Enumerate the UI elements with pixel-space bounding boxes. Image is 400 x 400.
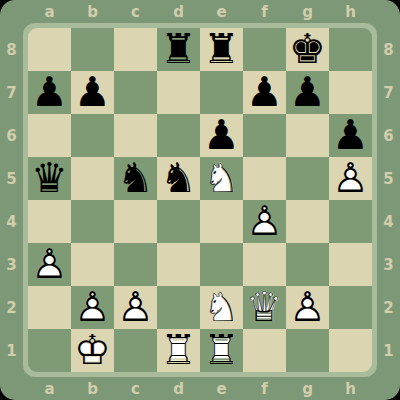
square-d7[interactable] <box>157 71 200 114</box>
piece-white-rook[interactable]: ♜♖ <box>157 329 200 372</box>
square-f6[interactable] <box>243 114 286 157</box>
file-label-e: e <box>200 377 243 400</box>
black-piece-body: ♟ <box>243 71 286 114</box>
file-label-f: f <box>243 0 286 23</box>
black-piece-body: ♛ <box>28 157 71 200</box>
piece-white-rook[interactable]: ♜♖ <box>200 329 243 372</box>
square-d5[interactable]: ♞ <box>157 157 200 200</box>
white-piece-outline: ♖ <box>157 329 200 372</box>
square-b2[interactable]: ♟♙ <box>71 286 114 329</box>
square-a7[interactable]: ♟ <box>28 71 71 114</box>
rank-label-2: 2 <box>0 286 23 329</box>
white-piece-outline: ♘ <box>200 286 243 329</box>
file-label-c: c <box>114 0 157 23</box>
square-b7[interactable]: ♟ <box>71 71 114 114</box>
rank-label-8: 8 <box>0 28 23 71</box>
piece-black-king[interactable]: ♚ <box>286 28 329 71</box>
black-piece-body: ♞ <box>114 157 157 200</box>
square-d6[interactable] <box>157 114 200 157</box>
piece-black-knight[interactable]: ♞ <box>157 157 200 200</box>
piece-white-pawn[interactable]: ♟♙ <box>28 243 71 286</box>
black-piece-body: ♟ <box>286 71 329 114</box>
square-b1[interactable]: ♚♔ <box>71 329 114 372</box>
piece-white-pawn[interactable]: ♟♙ <box>114 286 157 329</box>
square-e4[interactable] <box>200 200 243 243</box>
black-piece-body: ♜ <box>200 28 243 71</box>
black-piece-body: ♚ <box>286 28 329 71</box>
rank-label-3: 3 <box>377 243 400 286</box>
piece-black-pawn[interactable]: ♟ <box>243 71 286 114</box>
rank-label-3: 3 <box>0 243 23 286</box>
file-label-a: a <box>28 377 71 400</box>
square-c1[interactable] <box>114 329 157 372</box>
square-f8[interactable] <box>243 28 286 71</box>
square-f3[interactable] <box>243 243 286 286</box>
file-label-h: h <box>329 0 372 23</box>
piece-white-pawn[interactable]: ♟♙ <box>329 157 372 200</box>
file-label-d: d <box>157 0 200 23</box>
piece-white-queen[interactable]: ♛♕ <box>243 286 286 329</box>
square-b8[interactable] <box>71 28 114 71</box>
square-e2[interactable]: ♞♘ <box>200 286 243 329</box>
black-piece-body: ♟ <box>200 114 243 157</box>
white-piece-outline: ♙ <box>114 286 157 329</box>
chess-board: ♜♜♚♟♟♟♟♟♟♛♞♞♞♘♟♙♟♙♟♙♟♙♟♙♞♘♛♕♟♙♚♔♜♖♜♖ <box>28 28 372 372</box>
square-e5[interactable]: ♞♘ <box>200 157 243 200</box>
rank-label-1: 1 <box>377 329 400 372</box>
white-piece-outline: ♘ <box>200 157 243 200</box>
file-label-d: d <box>157 377 200 400</box>
square-g8[interactable]: ♚ <box>286 28 329 71</box>
square-h4[interactable] <box>329 200 372 243</box>
black-piece-body: ♟ <box>28 71 71 114</box>
square-d8[interactable]: ♜ <box>157 28 200 71</box>
board-container: abcdefgh abcdefgh 87654321 87654321 ♜♜♚♟… <box>0 0 400 400</box>
white-piece-outline: ♙ <box>243 200 286 243</box>
square-g1[interactable] <box>286 329 329 372</box>
black-piece-body: ♜ <box>157 28 200 71</box>
square-g6[interactable] <box>286 114 329 157</box>
square-d4[interactable] <box>157 200 200 243</box>
square-f1[interactable] <box>243 329 286 372</box>
square-g2[interactable]: ♟♙ <box>286 286 329 329</box>
square-f5[interactable] <box>243 157 286 200</box>
rank-label-2: 2 <box>377 286 400 329</box>
file-labels-top: abcdefgh <box>28 0 372 23</box>
square-g5[interactable] <box>286 157 329 200</box>
square-e8[interactable]: ♜ <box>200 28 243 71</box>
piece-black-pawn[interactable]: ♟ <box>329 114 372 157</box>
square-h7[interactable] <box>329 71 372 114</box>
piece-black-queen[interactable]: ♛ <box>28 157 71 200</box>
square-b6[interactable] <box>71 114 114 157</box>
file-label-a: a <box>28 0 71 23</box>
piece-white-knight[interactable]: ♞♘ <box>200 157 243 200</box>
white-piece-outline: ♙ <box>286 286 329 329</box>
square-c6[interactable] <box>114 114 157 157</box>
file-label-b: b <box>71 377 114 400</box>
white-piece-outline: ♕ <box>243 286 286 329</box>
file-label-f: f <box>243 377 286 400</box>
piece-black-rook[interactable]: ♜ <box>200 28 243 71</box>
rank-label-1: 1 <box>0 329 23 372</box>
square-a5[interactable]: ♛ <box>28 157 71 200</box>
rank-label-6: 6 <box>0 114 23 157</box>
square-a3[interactable]: ♟♙ <box>28 243 71 286</box>
white-piece-outline: ♙ <box>71 286 114 329</box>
square-c8[interactable] <box>114 28 157 71</box>
square-a1[interactable] <box>28 329 71 372</box>
rank-label-4: 4 <box>377 200 400 243</box>
square-c2[interactable]: ♟♙ <box>114 286 157 329</box>
file-label-h: h <box>329 377 372 400</box>
square-e3[interactable] <box>200 243 243 286</box>
square-g7[interactable]: ♟ <box>286 71 329 114</box>
piece-black-pawn[interactable]: ♟ <box>200 114 243 157</box>
rank-label-4: 4 <box>0 200 23 243</box>
rank-label-6: 6 <box>377 114 400 157</box>
piece-black-pawn[interactable]: ♟ <box>28 71 71 114</box>
square-c5[interactable]: ♞ <box>114 157 157 200</box>
square-e6[interactable]: ♟ <box>200 114 243 157</box>
rank-label-5: 5 <box>0 157 23 200</box>
square-a4[interactable] <box>28 200 71 243</box>
square-c3[interactable] <box>114 243 157 286</box>
piece-black-rook[interactable]: ♜ <box>157 28 200 71</box>
square-d3[interactable] <box>157 243 200 286</box>
piece-white-pawn[interactable]: ♟♙ <box>243 200 286 243</box>
square-a8[interactable] <box>28 28 71 71</box>
square-d2[interactable] <box>157 286 200 329</box>
square-h2[interactable] <box>329 286 372 329</box>
black-piece-body: ♞ <box>157 157 200 200</box>
square-g3[interactable] <box>286 243 329 286</box>
piece-black-knight[interactable]: ♞ <box>114 157 157 200</box>
file-label-b: b <box>71 0 114 23</box>
square-b5[interactable] <box>71 157 114 200</box>
square-b4[interactable] <box>71 200 114 243</box>
piece-black-pawn[interactable]: ♟ <box>286 71 329 114</box>
square-h6[interactable]: ♟ <box>329 114 372 157</box>
file-label-e: e <box>200 0 243 23</box>
piece-black-pawn[interactable]: ♟ <box>71 71 114 114</box>
square-e1[interactable]: ♜♖ <box>200 329 243 372</box>
square-f7[interactable]: ♟ <box>243 71 286 114</box>
file-label-g: g <box>286 377 329 400</box>
rank-labels-right: 87654321 <box>377 28 400 372</box>
black-piece-body: ♟ <box>71 71 114 114</box>
piece-white-king[interactable]: ♚♔ <box>71 329 114 372</box>
rank-label-7: 7 <box>0 71 23 114</box>
white-piece-outline: ♖ <box>200 329 243 372</box>
file-labels-bottom: abcdefgh <box>28 377 372 400</box>
square-g4[interactable] <box>286 200 329 243</box>
square-f2[interactable]: ♛♕ <box>243 286 286 329</box>
piece-white-knight[interactable]: ♞♘ <box>200 286 243 329</box>
square-h8[interactable] <box>329 28 372 71</box>
square-b3[interactable] <box>71 243 114 286</box>
rank-labels-left: 87654321 <box>0 28 23 372</box>
square-a2[interactable] <box>28 286 71 329</box>
piece-white-pawn[interactable]: ♟♙ <box>286 286 329 329</box>
square-h3[interactable] <box>329 243 372 286</box>
square-f4[interactable]: ♟♙ <box>243 200 286 243</box>
square-a6[interactable] <box>28 114 71 157</box>
square-c4[interactable] <box>114 200 157 243</box>
square-e7[interactable] <box>200 71 243 114</box>
piece-white-pawn[interactable]: ♟♙ <box>71 286 114 329</box>
rank-label-8: 8 <box>377 28 400 71</box>
white-piece-outline: ♙ <box>28 243 71 286</box>
file-label-g: g <box>286 0 329 23</box>
square-h5[interactable]: ♟♙ <box>329 157 372 200</box>
rank-label-7: 7 <box>377 71 400 114</box>
square-d1[interactable]: ♜♖ <box>157 329 200 372</box>
file-label-c: c <box>114 377 157 400</box>
white-piece-outline: ♙ <box>329 157 372 200</box>
black-piece-body: ♟ <box>329 114 372 157</box>
square-h1[interactable] <box>329 329 372 372</box>
square-c7[interactable] <box>114 71 157 114</box>
rank-label-5: 5 <box>377 157 400 200</box>
white-piece-outline: ♔ <box>71 329 114 372</box>
